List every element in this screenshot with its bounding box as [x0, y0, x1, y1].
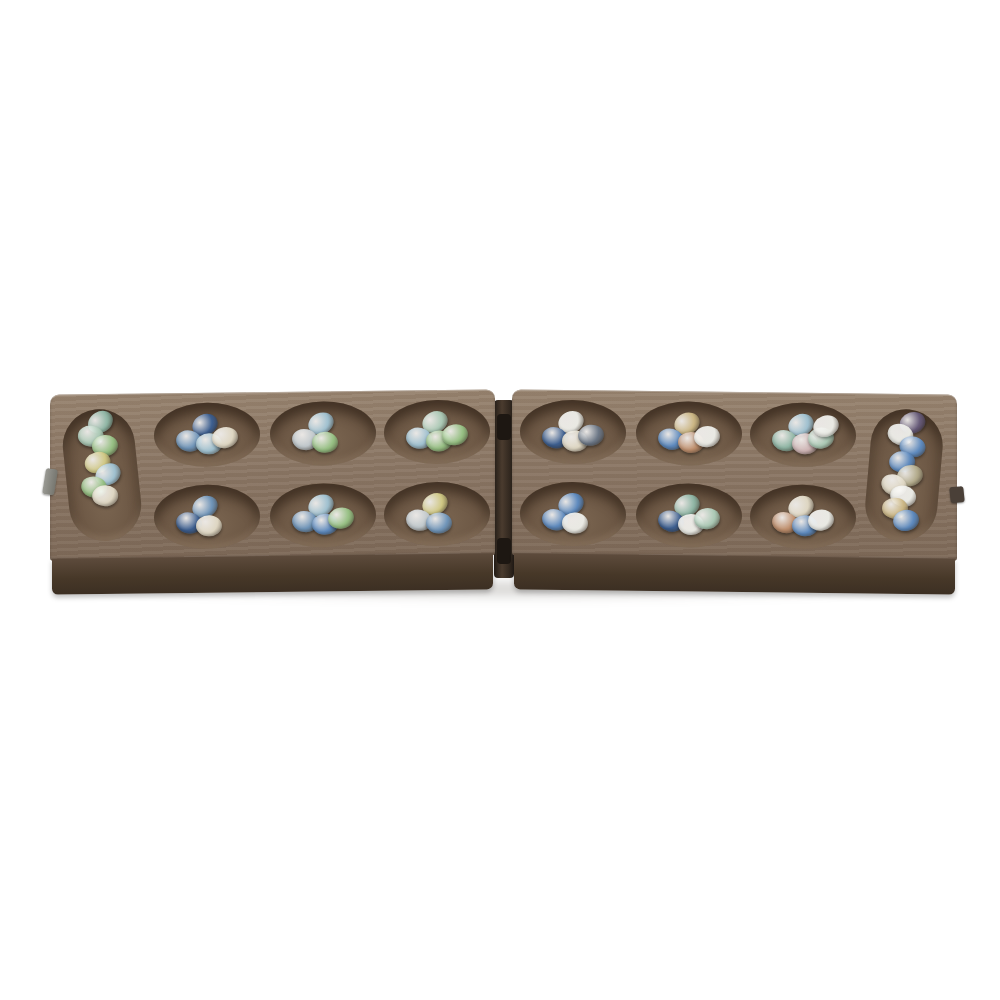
- store-left[interactable]: [59, 405, 144, 545]
- pit-bottom-5[interactable]: [636, 483, 742, 548]
- hinge: [494, 400, 514, 578]
- pit-top-5[interactable]: [636, 401, 742, 466]
- glass-stone-pearl: [93, 485, 119, 506]
- wood-front-right: [514, 553, 955, 594]
- wood-top-left: [50, 389, 495, 560]
- pit-bottom-4[interactable]: [520, 481, 626, 546]
- pit-top-3[interactable]: [384, 399, 490, 464]
- wood-top-right: [512, 389, 957, 560]
- hinge-knuckle-icon: [497, 414, 511, 440]
- board-half-left: [50, 389, 495, 594]
- pit-bottom-6[interactable]: [750, 484, 856, 549]
- glass-stone-steelblue: [426, 512, 453, 534]
- metal-clasp-icon: [949, 486, 965, 503]
- wood-front-left: [52, 553, 493, 594]
- glass-stone-pearl: [196, 515, 223, 537]
- hinge-knuckle-icon: [497, 538, 511, 564]
- board-half-right: [512, 389, 957, 594]
- mancala-board: [50, 392, 960, 592]
- pit-bottom-1[interactable]: [154, 484, 260, 549]
- pit-top-1[interactable]: [154, 402, 260, 467]
- pit-bottom-3[interactable]: [384, 481, 490, 546]
- glass-stone-white: [562, 512, 589, 534]
- pit-top-2[interactable]: [270, 401, 376, 466]
- glass-stone-green: [312, 432, 339, 454]
- pit-bottom-2[interactable]: [270, 483, 376, 548]
- store-right[interactable]: [862, 406, 945, 545]
- pit-top-4[interactable]: [520, 399, 626, 464]
- pit-top-6[interactable]: [750, 402, 856, 467]
- photo-stage: [0, 0, 1000, 1000]
